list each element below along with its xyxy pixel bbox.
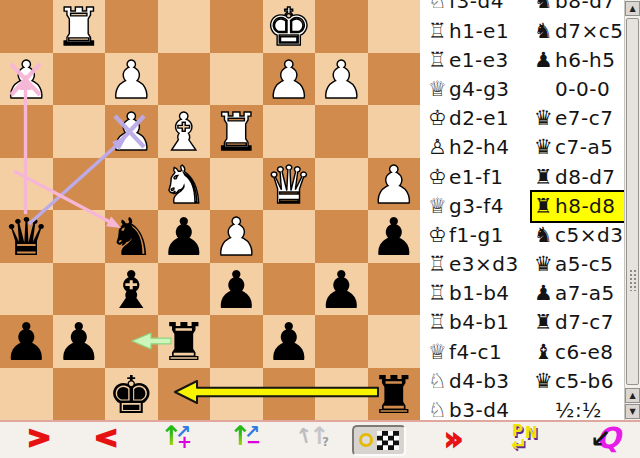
square-c4[interactable] [105,158,158,211]
move-text: g4-g3 [449,77,510,101]
move-black-h6-h5[interactable]: ♟h6-h5 [532,46,624,75]
move-black-h8-d8-highlighted[interactable]: ♜h8-d8 [532,192,624,221]
move-row-6: ♙h2-h4♛c7-a5 [420,133,624,162]
move-text: g3-f4 [449,194,504,218]
square-e1[interactable] [210,0,263,53]
chess-app-window: ♜♚♟♟♟♟♟♝♜♞♛♟♟♛♞♟♟♝♟♟♟♟♜♟♚♜ [0,0,640,458]
move-white-e1-e3[interactable]: ♖e1-e3 [426,46,530,75]
scroll-up-button[interactable]: ▲ [625,1,640,16]
scroll-up-button-bottom[interactable]: ▲ [625,388,640,403]
move-text: h6-h5 [555,48,616,72]
square-e2[interactable] [210,53,263,106]
white-knight-d4[interactable]: ♞ [158,158,211,211]
move-text: b3-d4 [449,398,510,420]
white-bishop-d3[interactable]: ♝ [158,105,211,158]
move-text: h1-e1 [449,19,509,43]
piece-icon: ♖ [426,308,449,337]
piece-icon: ♛ [532,367,555,396]
add-variation-button[interactable]: ↑ ↗ + [160,422,198,456]
move-text: b8-d7 [555,0,616,13]
black-pawn-e6[interactable]: ♟ [210,263,263,316]
square-h6[interactable] [368,263,421,316]
move-text: b1-b4 [449,281,510,305]
piece-icon: ♔ [426,104,449,133]
plus-icon: + [177,433,192,451]
move-row-15: ♘b3-d4½:½ [420,396,624,420]
checkerboard-icon [377,431,399,450]
piece-icon: ♕ [426,338,449,367]
piece-icon: ♖ [426,279,449,308]
move-text: d7-c7 [555,310,614,334]
piece-icon: ♜ [532,163,555,192]
toolbar: > < ↑ ↗ + ↑ ↗ − ↑ ↑ ? » P N ↵ Q [0,420,640,458]
piece-icon: ♕ [426,75,449,104]
square-f5[interactable] [263,210,316,263]
piece-icon: ♕ [426,192,449,221]
black-queen-a5[interactable]: ♛ [0,210,53,263]
square-e7[interactable] [210,315,263,368]
move-white-d4-b3[interactable]: ♘d4-b3 [426,367,530,396]
move-text: ½:½ [555,398,602,420]
minus-icon: − [246,433,261,451]
fast-forward-button[interactable]: » [444,423,463,455]
scrollbar-grip-dots [629,269,637,291]
move-text: e7-c7 [555,106,613,130]
engine-queen-button[interactable]: Q ↙ [590,421,626,457]
move-white-f3-d4[interactable]: ♘f3-d4 [426,0,530,17]
move-row-8: ♕g3-f4♜h8-d8 [420,192,624,221]
square-a1[interactable] [0,0,53,53]
square-g3[interactable] [315,105,368,158]
move-text: c7-a5 [555,135,613,159]
move-black-d7-c7[interactable]: ♜d7-c7 [532,308,624,337]
move-list-rows: ♘f3-d4♞b8-d7♖h1-e1♞d7×c5♖e1-e3♟h6-h5♕g4-… [420,0,624,420]
piece-icon: ♔ [426,163,449,192]
square-h7[interactable] [368,315,421,368]
white-pawn-c3[interactable]: ♟ [105,105,158,158]
square-f8[interactable] [263,368,316,421]
square-g8[interactable] [315,368,368,421]
black-diagonal-arrow-icon: ↙ [590,424,611,454]
square-a6[interactable] [0,263,53,316]
piece-icon: ♞ [532,0,555,17]
square-b6[interactable] [53,263,106,316]
move-text: 0-0-0 [555,77,610,101]
piece-icon: ♜ [532,192,555,221]
move-black-0-0-0[interactable]: 0-0-0 [532,75,624,104]
black-bishop-c6[interactable]: ♝ [105,263,158,316]
square-b2[interactable] [53,53,106,106]
white-pawn-g2[interactable]: ♟ [315,53,368,106]
move-text: e3×d3 [449,252,519,276]
clock-mode-button-pressed[interactable] [352,425,406,456]
forward-button[interactable]: > [27,421,51,453]
square-e8[interactable] [210,368,263,421]
clock-icon [359,433,373,447]
move-text: c5×d3 [555,223,623,247]
move-black-d7×c5[interactable]: ♞d7×c5 [532,17,624,46]
black-rook-h8[interactable]: ♜ [368,368,421,421]
gray-question-icon: ? [322,435,329,449]
disabled-arrows-button: ↑ ↑ ? [296,422,336,456]
piece-icon: ♜ [532,308,555,337]
move-row-2: ♖h1-e1♞d7×c5 [420,17,624,46]
move-white-g4-g3[interactable]: ♕g4-g3 [426,75,530,104]
move-text: e1-e3 [449,48,509,72]
white-pawn-h4[interactable]: ♟ [368,158,421,211]
move-white-e3×d3[interactable]: ♖e3×d3 [426,250,530,279]
move-row-1: ♘f3-d4♞b8-d7 [420,0,624,17]
square-g1[interactable] [315,0,368,53]
piece-icon: ♖ [426,250,449,279]
black-king-c8[interactable]: ♚ [105,368,158,421]
move-row-3: ♖e1-e3♟h6-h5 [420,46,624,75]
scroll-down-button[interactable]: ▼ [625,404,640,419]
move-row-7: ♔e1-f1♜d8-d7 [420,163,624,192]
square-a8[interactable] [0,368,53,421]
piece-icon: ♘ [426,367,449,396]
piece-icon: ♝ [532,338,555,367]
square-h1[interactable] [368,0,421,53]
move-row-13: ♕f4-c1♝c6-e8 [420,338,624,367]
move-black-½:½[interactable]: ½:½ [532,396,624,420]
piece-icon: ♛ [532,250,555,279]
move-text: d2-e1 [449,106,509,130]
black-pawn-g6[interactable]: ♟ [315,263,368,316]
move-text: d4-b3 [449,369,510,393]
move-text: a5-c5 [555,252,613,276]
move-black-b8-d7[interactable]: ♞b8-d7 [532,0,624,17]
move-text: h8-d8 [555,194,616,218]
move-white-h2-h4[interactable]: ♙h2-h4 [426,133,530,162]
piece-icon: ♘ [426,0,449,17]
move-row-4: ♕g4-g30-0-0 [420,75,624,104]
move-white-f1-g1[interactable]: ♔f1-g1 [426,221,530,250]
move-white-b1-b4[interactable]: ♖b1-b4 [426,279,530,308]
move-black-c7-a5[interactable]: ♛c7-a5 [532,133,624,162]
pgn-return-arrow-icon: ↵ [511,433,527,455]
square-a3[interactable] [0,105,53,158]
square-d8[interactable] [158,368,211,421]
piece-icon: ♟ [532,279,555,308]
move-row-11: ♖b1-b4♟a7-a5 [420,279,624,308]
save-pgn-button[interactable]: P N ↵ [510,423,544,455]
white-pawn-a2[interactable]: ♟ [0,53,53,106]
square-h3[interactable] [368,105,421,158]
move-black-c5×d3[interactable]: ♞c5×d3 [532,221,624,250]
move-text: a7-a5 [555,281,615,305]
move-black-c5-b6[interactable]: ♛c5-b6 [532,367,624,396]
white-pawn-f2[interactable]: ♟ [263,53,316,106]
piece-icon: ♖ [426,46,449,75]
square-b4[interactable] [53,158,106,211]
black-knight-c5[interactable]: ♞ [105,210,158,263]
move-text: d8-d7 [555,165,616,189]
move-white-e1-f1[interactable]: ♔e1-f1 [426,163,530,192]
piece-icon: ♟ [532,46,555,75]
black-pawn-h5[interactable]: ♟ [368,210,421,263]
move-row-10: ♖e3×d3♛a5-c5 [420,250,624,279]
move-text: c6-e8 [555,340,613,364]
square-g7[interactable] [315,315,368,368]
move-white-f4-c1[interactable]: ♕f4-c1 [426,338,530,367]
move-text: f1-g1 [449,223,504,247]
piece-icon: ♖ [426,17,449,46]
move-row-5: ♔d2-e1♛e7-c7 [420,104,624,133]
piece-icon: ♛ [532,104,555,133]
move-white-b3-d4[interactable]: ♘b3-d4 [426,396,530,420]
black-pawn-f7[interactable]: ♟ [263,315,316,368]
white-rook-e3[interactable]: ♜ [210,105,263,158]
piece-icon: ♔ [426,221,449,250]
move-white-d2-e1[interactable]: ♔d2-e1 [426,104,530,133]
move-list-panel: ♘f3-d4♞b8-d7♖h1-e1♞d7×c5♖e1-e3♟h6-h5♕g4-… [420,0,624,420]
square-b8[interactable] [53,368,106,421]
square-f3[interactable] [263,105,316,158]
square-g4[interactable] [315,158,368,211]
square-c1[interactable] [105,0,158,53]
black-rook-d7[interactable]: ♜ [158,315,211,368]
move-text: h2-h4 [449,135,510,159]
square-h2[interactable] [368,53,421,106]
back-button[interactable]: < [94,421,118,453]
move-text: f4-c1 [449,340,502,364]
black-pawn-b7[interactable]: ♟ [53,315,106,368]
move-row-12: ♖b4-b1♜d7-c7 [420,308,624,337]
piece-icon: ♞ [532,17,555,46]
square-c7[interactable] [105,315,158,368]
piece-icon: ♙ [426,133,449,162]
piece-icon: ♛ [532,133,555,162]
move-text: d7×c5 [555,19,623,43]
scrollbar-thumb[interactable] [626,18,639,385]
white-king-f1[interactable]: ♚ [263,0,316,53]
move-white-g3-f4[interactable]: ♕g3-f4 [426,192,530,221]
white-pawn-e5[interactable]: ♟ [210,210,263,263]
square-d2[interactable] [158,53,211,106]
white-rook-b1[interactable]: ♜ [53,0,106,53]
square-b3[interactable] [53,105,106,158]
move-row-14: ♘d4-b3♛c5-b6 [420,367,624,396]
black-pawn-d5[interactable]: ♟ [158,210,211,263]
square-d6[interactable] [158,263,211,316]
white-queen-f4[interactable]: ♛ [263,158,316,211]
move-black-e7-c7[interactable]: ♛e7-c7 [532,104,624,133]
move-black-d8-d7[interactable]: ♜d8-d7 [532,163,624,192]
move-row-9: ♔f1-g1♞c5×d3 [420,221,624,250]
move-text: c5-b6 [555,369,614,393]
chess-board[interactable]: ♜♚♟♟♟♟♟♝♜♞♛♟♟♛♞♟♟♝♟♟♟♟♜♟♚♜ [0,0,420,420]
move-white-b4-b1[interactable]: ♖b4-b1 [426,308,530,337]
square-e4[interactable] [210,158,263,211]
move-text: b4-b1 [449,310,510,334]
square-d1[interactable] [158,0,211,53]
move-black-c6-e8[interactable]: ♝c6-e8 [532,338,624,367]
move-white-h1-e1[interactable]: ♖h1-e1 [426,17,530,46]
square-a4[interactable] [0,158,53,211]
remove-variation-button[interactable]: ↑ ↗ − [229,422,267,456]
black-pawn-a7[interactable]: ♟ [0,315,53,368]
move-text: f3-d4 [449,0,504,13]
piece-icon: ♘ [426,396,449,420]
move-text: e1-f1 [449,165,504,189]
piece-icon: ♞ [532,221,555,250]
square-b5[interactable] [53,210,106,263]
move-black-a5-c5[interactable]: ♛a5-c5 [532,250,624,279]
white-pawn-c2[interactable]: ♟ [105,53,158,106]
move-list-scrollbar[interactable]: ▲ ▲ ▼ [624,0,640,420]
square-g5[interactable] [315,210,368,263]
square-f6[interactable] [263,263,316,316]
move-black-a7-a5[interactable]: ♟a7-a5 [532,279,624,308]
